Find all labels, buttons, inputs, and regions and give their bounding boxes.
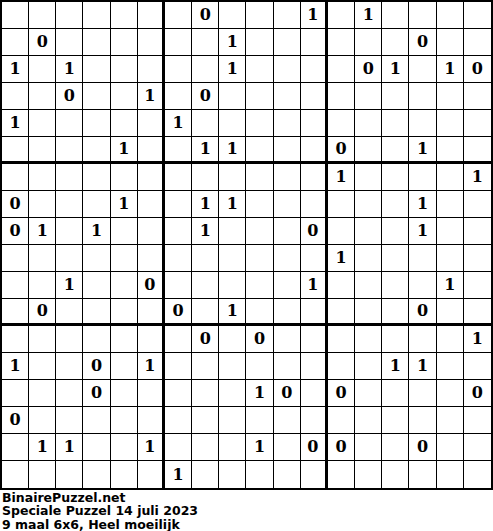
cell-r8c6[interactable] — [138, 191, 165, 218]
cell-r7c11[interactable] — [274, 164, 301, 191]
cell-r13c18: 1 — [464, 326, 491, 353]
cell-r12c3[interactable] — [56, 299, 83, 326]
cell-r5c14[interactable] — [355, 110, 382, 137]
cell-r15c7[interactable] — [165, 380, 192, 407]
cell-r6c10[interactable] — [246, 137, 273, 164]
cell-r15c12[interactable] — [301, 380, 328, 407]
cell-r13c12[interactable] — [301, 326, 328, 353]
cell-r3c11[interactable] — [274, 56, 301, 83]
cell-r5c15[interactable] — [382, 110, 409, 137]
cell-r14c14[interactable] — [355, 353, 382, 380]
cell-r16c2[interactable] — [29, 407, 56, 434]
cell-r9c6[interactable] — [138, 218, 165, 245]
cell-r6c17[interactable] — [437, 137, 464, 164]
cell-r8c3[interactable] — [56, 191, 83, 218]
cell-r1c10[interactable] — [246, 2, 273, 29]
cell-r8c4[interactable] — [83, 191, 110, 218]
cell-r13c13[interactable] — [328, 326, 355, 353]
cell-r11c7[interactable] — [165, 272, 192, 299]
cell-r5c13[interactable] — [328, 110, 355, 137]
cell-r14c5[interactable] — [111, 353, 138, 380]
cell-r12c12[interactable] — [301, 299, 328, 326]
cell-r10c6[interactable] — [138, 245, 165, 272]
cell-r2c6[interactable] — [138, 29, 165, 56]
cell-r12c8[interactable] — [192, 299, 219, 326]
cell-r16c16[interactable] — [409, 407, 436, 434]
cell-r15c10: 1 — [246, 380, 273, 407]
cell-r10c14[interactable] — [355, 245, 382, 272]
cell-r7c8[interactable] — [192, 164, 219, 191]
cell-r15c1[interactable] — [2, 380, 29, 407]
cell-r16c14[interactable] — [355, 407, 382, 434]
cell-r12c10[interactable] — [246, 299, 273, 326]
cell-r12c18[interactable] — [464, 299, 491, 326]
cell-r15c11: 0 — [274, 380, 301, 407]
cell-r17c16: 0 — [409, 434, 436, 461]
cell-r1c6[interactable] — [138, 2, 165, 29]
cell-r14c2[interactable] — [29, 353, 56, 380]
cell-r11c16[interactable] — [409, 272, 436, 299]
cell-r1c11[interactable] — [274, 2, 301, 29]
cell-r17c6: 1 — [138, 434, 165, 461]
cell-r3c13[interactable] — [328, 56, 355, 83]
cell-r4c15[interactable] — [382, 83, 409, 110]
cell-r11c1[interactable] — [2, 272, 29, 299]
cell-r15c8[interactable] — [192, 380, 219, 407]
cell-r1c1[interactable] — [2, 2, 29, 29]
cell-r2c15[interactable] — [382, 29, 409, 56]
cell-r10c1[interactable] — [2, 245, 29, 272]
cell-r13c16[interactable] — [409, 326, 436, 353]
cell-r12c1[interactable] — [2, 299, 29, 326]
cell-r6c8: 1 — [192, 137, 219, 164]
cell-r9c7[interactable] — [165, 218, 192, 245]
cell-r10c10[interactable] — [246, 245, 273, 272]
cell-r15c6[interactable] — [138, 380, 165, 407]
cell-r1c3[interactable] — [56, 2, 83, 29]
cell-r5c11[interactable] — [274, 110, 301, 137]
cell-r17c10: 1 — [246, 434, 273, 461]
cell-r8c9: 1 — [219, 191, 246, 218]
cell-r3c14: 0 — [355, 56, 382, 83]
cell-r15c14[interactable] — [355, 380, 382, 407]
cell-r17c7[interactable] — [165, 434, 192, 461]
cell-r6c1[interactable] — [2, 137, 29, 164]
cell-r5c8[interactable] — [192, 110, 219, 137]
cell-r7c16[interactable] — [409, 164, 436, 191]
cell-r16c7[interactable] — [165, 407, 192, 434]
cell-r15c9[interactable] — [219, 380, 246, 407]
cell-r5c6[interactable] — [138, 110, 165, 137]
cell-r18c6[interactable] — [138, 461, 165, 488]
cell-r11c2[interactable] — [29, 272, 56, 299]
cell-r11c14[interactable] — [355, 272, 382, 299]
cell-r2c17[interactable] — [437, 29, 464, 56]
cell-r16c15[interactable] — [382, 407, 409, 434]
cell-r15c2[interactable] — [29, 380, 56, 407]
cell-r9c3[interactable] — [56, 218, 83, 245]
cell-r9c15[interactable] — [382, 218, 409, 245]
cell-r2c4[interactable] — [83, 29, 110, 56]
cell-r11c10[interactable] — [246, 272, 273, 299]
cell-r3c10[interactable] — [246, 56, 273, 83]
cell-r2c14[interactable] — [355, 29, 382, 56]
cell-r13c3[interactable] — [56, 326, 83, 353]
cell-r12c15[interactable] — [382, 299, 409, 326]
cell-r2c1[interactable] — [2, 29, 29, 56]
cell-r3c6[interactable] — [138, 56, 165, 83]
cell-r5c18[interactable] — [464, 110, 491, 137]
cell-r1c4[interactable] — [83, 2, 110, 29]
cell-r16c17[interactable] — [437, 407, 464, 434]
cell-r9c11[interactable] — [274, 218, 301, 245]
cell-r17c17[interactable] — [437, 434, 464, 461]
cell-r4c9[interactable] — [219, 83, 246, 110]
cell-r15c16[interactable] — [409, 380, 436, 407]
cell-r18c12[interactable] — [301, 461, 328, 488]
cell-r3c12[interactable] — [301, 56, 328, 83]
cell-r4c16[interactable] — [409, 83, 436, 110]
cell-r7c17[interactable] — [437, 164, 464, 191]
cell-r11c18[interactable] — [464, 272, 491, 299]
cell-r17c18[interactable] — [464, 434, 491, 461]
cell-r16c3[interactable] — [56, 407, 83, 434]
cell-r4c18[interactable] — [464, 83, 491, 110]
cell-r7c5[interactable] — [111, 164, 138, 191]
cell-r3c18: 0 — [464, 56, 491, 83]
cell-r8c12[interactable] — [301, 191, 328, 218]
cell-r4c13[interactable] — [328, 83, 355, 110]
cell-r1c7[interactable] — [165, 2, 192, 29]
cell-r13c4[interactable] — [83, 326, 110, 353]
cell-r11c17: 1 — [437, 272, 464, 299]
cell-r1c17[interactable] — [437, 2, 464, 29]
cell-r7c15[interactable] — [382, 164, 409, 191]
cell-r8c17[interactable] — [437, 191, 464, 218]
cell-r7c10[interactable] — [246, 164, 273, 191]
cell-r2c8[interactable] — [192, 29, 219, 56]
cell-r3c4[interactable] — [83, 56, 110, 83]
cell-r13c2[interactable] — [29, 326, 56, 353]
cell-r17c12: 0 — [301, 434, 328, 461]
cell-r9c18[interactable] — [464, 218, 491, 245]
cell-r4c5[interactable] — [111, 83, 138, 110]
cell-r15c3[interactable] — [56, 380, 83, 407]
cell-r2c11[interactable] — [274, 29, 301, 56]
cell-r4c10[interactable] — [246, 83, 273, 110]
cell-r12c6[interactable] — [138, 299, 165, 326]
cell-r7c7[interactable] — [165, 164, 192, 191]
cell-r14c9[interactable] — [219, 353, 246, 380]
cell-r18c13[interactable] — [328, 461, 355, 488]
cell-r8c1: 0 — [2, 191, 29, 218]
cell-r9c9[interactable] — [219, 218, 246, 245]
cell-r1c2[interactable] — [29, 2, 56, 29]
cell-r14c11[interactable] — [274, 353, 301, 380]
cell-r11c8[interactable] — [192, 272, 219, 299]
cell-r12c9: 1 — [219, 299, 246, 326]
cell-r15c15[interactable] — [382, 380, 409, 407]
cell-r9c5[interactable] — [111, 218, 138, 245]
cell-r12c5[interactable] — [111, 299, 138, 326]
cell-r4c1[interactable] — [2, 83, 29, 110]
cell-r18c8[interactable] — [192, 461, 219, 488]
cell-r1c12: 1 — [301, 2, 328, 29]
cell-r9c14[interactable] — [355, 218, 382, 245]
cell-r8c5: 1 — [111, 191, 138, 218]
cell-r1c13[interactable] — [328, 2, 355, 29]
cell-r17c1[interactable] — [2, 434, 29, 461]
cell-r2c12[interactable] — [301, 29, 328, 56]
cell-r5c17[interactable] — [437, 110, 464, 137]
cell-r4c8: 0 — [192, 83, 219, 110]
cell-r2c2: 0 — [29, 29, 56, 56]
cell-r1c9[interactable] — [219, 2, 246, 29]
cell-r7c12[interactable] — [301, 164, 328, 191]
cell-r11c9[interactable] — [219, 272, 246, 299]
cell-r2c13[interactable] — [328, 29, 355, 56]
cell-r6c4[interactable] — [83, 137, 110, 164]
cell-r17c8[interactable] — [192, 434, 219, 461]
cell-r16c10[interactable] — [246, 407, 273, 434]
cell-r8c2[interactable] — [29, 191, 56, 218]
cell-r2c10[interactable] — [246, 29, 273, 56]
cell-r16c5[interactable] — [111, 407, 138, 434]
cell-r11c11[interactable] — [274, 272, 301, 299]
cell-r11c13[interactable] — [328, 272, 355, 299]
cell-r2c18[interactable] — [464, 29, 491, 56]
cell-r10c11[interactable] — [274, 245, 301, 272]
cell-r16c13[interactable] — [328, 407, 355, 434]
cell-r12c14[interactable] — [355, 299, 382, 326]
cell-r1c5[interactable] — [111, 2, 138, 29]
cell-r6c18[interactable] — [464, 137, 491, 164]
cell-r3c1: 1 — [2, 56, 29, 83]
cell-r16c1: 0 — [2, 407, 29, 434]
cell-r14c13[interactable] — [328, 353, 355, 380]
cell-r5c1: 1 — [2, 110, 29, 137]
cell-r3c9: 1 — [219, 56, 246, 83]
cell-r14c3[interactable] — [56, 353, 83, 380]
cell-r17c9[interactable] — [219, 434, 246, 461]
cell-r13c11[interactable] — [274, 326, 301, 353]
cell-r14c12[interactable] — [301, 353, 328, 380]
cell-r10c18[interactable] — [464, 245, 491, 272]
cell-r6c5: 1 — [111, 137, 138, 164]
cell-r6c3[interactable] — [56, 137, 83, 164]
cell-r15c13: 0 — [328, 380, 355, 407]
cell-r14c18[interactable] — [464, 353, 491, 380]
cell-r18c11[interactable] — [274, 461, 301, 488]
cell-r4c4[interactable] — [83, 83, 110, 110]
cell-r16c6[interactable] — [138, 407, 165, 434]
cell-r3c5[interactable] — [111, 56, 138, 83]
cell-r10c15[interactable] — [382, 245, 409, 272]
cell-r16c11[interactable] — [274, 407, 301, 434]
cell-r11c3: 1 — [56, 272, 83, 299]
cell-r1c8: 0 — [192, 2, 219, 29]
cell-r10c12[interactable] — [301, 245, 328, 272]
cell-r7c13: 1 — [328, 164, 355, 191]
cell-r14c17[interactable] — [437, 353, 464, 380]
cell-r9c17[interactable] — [437, 218, 464, 245]
cell-r5c12[interactable] — [301, 110, 328, 137]
cell-r6c6[interactable] — [138, 137, 165, 164]
cell-r8c13[interactable] — [328, 191, 355, 218]
cell-r7c2[interactable] — [29, 164, 56, 191]
cell-r5c5[interactable] — [111, 110, 138, 137]
cell-r3c2[interactable] — [29, 56, 56, 83]
cell-r5c16[interactable] — [409, 110, 436, 137]
cell-r18c2[interactable] — [29, 461, 56, 488]
cell-r7c1[interactable] — [2, 164, 29, 191]
cell-r17c4[interactable] — [83, 434, 110, 461]
cell-r10c2[interactable] — [29, 245, 56, 272]
cell-r17c3: 1 — [56, 434, 83, 461]
cell-r13c5[interactable] — [111, 326, 138, 353]
cell-r16c9[interactable] — [219, 407, 246, 434]
cell-r13c10: 0 — [246, 326, 273, 353]
cell-r18c14[interactable] — [355, 461, 382, 488]
cell-r8c11[interactable] — [274, 191, 301, 218]
cell-r7c18: 1 — [464, 164, 491, 191]
cell-r17c5[interactable] — [111, 434, 138, 461]
cell-r12c16: 0 — [409, 299, 436, 326]
cell-r6c2[interactable] — [29, 137, 56, 164]
cell-r10c8[interactable] — [192, 245, 219, 272]
cell-r1c16[interactable] — [409, 2, 436, 29]
cell-r1c15[interactable] — [382, 2, 409, 29]
cell-r10c7[interactable] — [165, 245, 192, 272]
cell-r13c15[interactable] — [382, 326, 409, 353]
cell-r17c14[interactable] — [355, 434, 382, 461]
cell-r3c16[interactable] — [409, 56, 436, 83]
cell-r12c17[interactable] — [437, 299, 464, 326]
cell-r7c14[interactable] — [355, 164, 382, 191]
cell-r18c5[interactable] — [111, 461, 138, 488]
cell-r18c3[interactable] — [56, 461, 83, 488]
cell-r13c6[interactable] — [138, 326, 165, 353]
cell-r6c11[interactable] — [274, 137, 301, 164]
cell-r6c14[interactable] — [355, 137, 382, 164]
cell-r18c15[interactable] — [382, 461, 409, 488]
cell-r13c17[interactable] — [437, 326, 464, 353]
cell-r8c10[interactable] — [246, 191, 273, 218]
cell-r2c3[interactable] — [56, 29, 83, 56]
cell-r10c16[interactable] — [409, 245, 436, 272]
cell-r12c13[interactable] — [328, 299, 355, 326]
cell-r15c17[interactable] — [437, 380, 464, 407]
cell-r6c15[interactable] — [382, 137, 409, 164]
cell-r5c4[interactable] — [83, 110, 110, 137]
cell-r11c4[interactable] — [83, 272, 110, 299]
cell-r14c4: 0 — [83, 353, 110, 380]
cell-r4c7[interactable] — [165, 83, 192, 110]
cell-r18c10[interactable] — [246, 461, 273, 488]
cell-r12c4[interactable] — [83, 299, 110, 326]
cell-r6c16: 1 — [409, 137, 436, 164]
cell-r16c4[interactable] — [83, 407, 110, 434]
cell-r8c14[interactable] — [355, 191, 382, 218]
cell-r15c5[interactable] — [111, 380, 138, 407]
cell-r10c5[interactable] — [111, 245, 138, 272]
cell-r1c18[interactable] — [464, 2, 491, 29]
cell-r2c7[interactable] — [165, 29, 192, 56]
cell-r4c14[interactable] — [355, 83, 382, 110]
cell-r5c3[interactable] — [56, 110, 83, 137]
cell-r10c3[interactable] — [56, 245, 83, 272]
cell-r7c9[interactable] — [219, 164, 246, 191]
cell-r14c1: 1 — [2, 353, 29, 380]
cell-r5c7: 1 — [165, 110, 192, 137]
cell-r3c8[interactable] — [192, 56, 219, 83]
cell-r5c10[interactable] — [246, 110, 273, 137]
cell-r5c2[interactable] — [29, 110, 56, 137]
cell-r6c7[interactable] — [165, 137, 192, 164]
cell-r8c7[interactable] — [165, 191, 192, 218]
cell-r13c1[interactable] — [2, 326, 29, 353]
cell-r10c4[interactable] — [83, 245, 110, 272]
cell-r17c15[interactable] — [382, 434, 409, 461]
puzzle-subtitle: 9 maal 6x6, Heel moeilijk — [2, 518, 493, 531]
cell-r7c3[interactable] — [56, 164, 83, 191]
cell-r13c14[interactable] — [355, 326, 382, 353]
cell-r14c10[interactable] — [246, 353, 273, 380]
cell-r18c1[interactable] — [2, 461, 29, 488]
cell-r12c11[interactable] — [274, 299, 301, 326]
cell-r14c8[interactable] — [192, 353, 219, 380]
cell-r6c12[interactable] — [301, 137, 328, 164]
cell-r16c8[interactable] — [192, 407, 219, 434]
cell-r17c2: 1 — [29, 434, 56, 461]
cell-r3c7[interactable] — [165, 56, 192, 83]
cell-r11c15[interactable] — [382, 272, 409, 299]
cell-r17c11[interactable] — [274, 434, 301, 461]
cell-r18c18[interactable] — [464, 461, 491, 488]
cell-r18c4[interactable] — [83, 461, 110, 488]
cell-r10c9[interactable] — [219, 245, 246, 272]
cell-r4c12[interactable] — [301, 83, 328, 110]
cell-r13c9[interactable] — [219, 326, 246, 353]
cell-r9c10[interactable] — [246, 218, 273, 245]
board: 0110101110110010111110111011110111011101… — [0, 0, 493, 490]
cell-r8c18[interactable] — [464, 191, 491, 218]
cell-r11c5[interactable] — [111, 272, 138, 299]
cell-r15c18: 0 — [464, 380, 491, 407]
cell-r7c6[interactable] — [138, 164, 165, 191]
cell-r14c7[interactable] — [165, 353, 192, 380]
cell-r8c15[interactable] — [382, 191, 409, 218]
cell-r4c17[interactable] — [437, 83, 464, 110]
cell-r10c17[interactable] — [437, 245, 464, 272]
cell-r2c9: 1 — [219, 29, 246, 56]
cell-r4c2[interactable] — [29, 83, 56, 110]
cell-r18c17[interactable] — [437, 461, 464, 488]
cell-r3c15: 1 — [382, 56, 409, 83]
cell-r16c12[interactable] — [301, 407, 328, 434]
cell-r13c7[interactable] — [165, 326, 192, 353]
cell-r9c13[interactable] — [328, 218, 355, 245]
cell-r18c9[interactable] — [219, 461, 246, 488]
cell-r6c9: 1 — [219, 137, 246, 164]
cell-r18c16[interactable] — [409, 461, 436, 488]
cell-r2c5[interactable] — [111, 29, 138, 56]
cell-r16c18[interactable] — [464, 407, 491, 434]
cell-r7c4[interactable] — [83, 164, 110, 191]
cell-r14c15: 1 — [382, 353, 409, 380]
cell-r5c9[interactable] — [219, 110, 246, 137]
cell-r4c11[interactable] — [274, 83, 301, 110]
